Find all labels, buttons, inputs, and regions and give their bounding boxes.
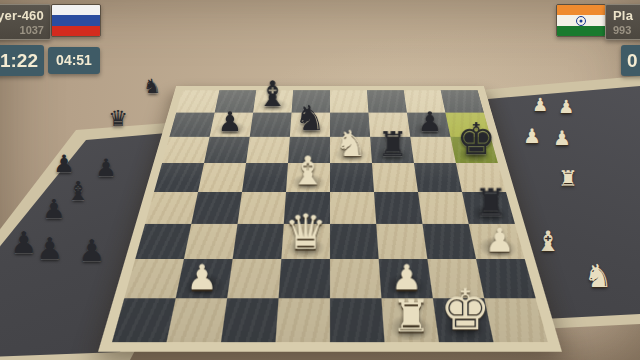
- russia-flag: [51, 4, 101, 37]
- white-p-glyph: ♟: [464, 201, 534, 256]
- square-c1[interactable]: [221, 298, 279, 342]
- chess-board: ♝♟♞♟♞♜♚♝♜♛♟♟♟♜♚: [98, 86, 562, 352]
- left-player-rating: 1037: [0, 24, 44, 36]
- game-screen: ♞♛♟♟♝♟♟♟♟♟♟♟♟♜♟♝♞ ♝♟♞♟♞♜♚♝♜♛♟♟♟♜♚ yer-46…: [0, 0, 640, 360]
- square-d2[interactable]: [279, 259, 330, 298]
- square-f4[interactable]: [374, 192, 422, 224]
- square-a4[interactable]: [145, 192, 198, 224]
- black-k-glyph: ♚: [446, 113, 507, 161]
- square-d1[interactable]: [276, 298, 330, 342]
- left-player-name: yer-460: [0, 8, 44, 23]
- piece-wP-h3[interactable]: ♟: [469, 224, 525, 259]
- square-b6[interactable]: [204, 137, 250, 163]
- white-k-glyph: ♚: [426, 276, 505, 338]
- india-flag: [556, 4, 606, 37]
- square-a1[interactable]: [112, 298, 176, 342]
- right-player-panel: Pla 993: [605, 4, 640, 40]
- white-p-glyph: ♟: [165, 236, 239, 294]
- black-p-glyph: ♟: [201, 89, 259, 134]
- right-player-rating: 993: [613, 24, 640, 36]
- ashoka-chakra-icon: [576, 16, 586, 26]
- square-b4[interactable]: [191, 192, 242, 224]
- right-player-name: Pla: [613, 8, 640, 23]
- white-b-glyph: ♝: [276, 139, 340, 189]
- square-a6[interactable]: [162, 137, 210, 163]
- left-primary-clock: 1:22: [0, 45, 44, 76]
- piece-bR-f6[interactable]: ♜: [370, 137, 414, 163]
- square-f5[interactable]: [372, 163, 418, 192]
- white-q-glyph: ♛: [271, 201, 341, 256]
- left-player-panel: yer-460 1037: [0, 4, 51, 40]
- piece-bK-h6[interactable]: ♚: [450, 137, 498, 163]
- square-g5[interactable]: [414, 163, 462, 192]
- black-r-glyph: ♜: [362, 113, 423, 161]
- piece-bP-b7[interactable]: ♟: [210, 113, 254, 137]
- right-clock-partial: 0: [621, 45, 640, 76]
- piece-wP-b2[interactable]: ♟: [176, 259, 233, 298]
- square-b5[interactable]: [198, 163, 246, 192]
- left-secondary-clock: 04:51: [48, 47, 100, 74]
- piece-wK-g1[interactable]: ♚: [433, 298, 494, 342]
- square-b1[interactable]: [167, 298, 228, 342]
- square-a5[interactable]: [154, 163, 204, 192]
- piece-wB-d5[interactable]: ♝: [286, 163, 330, 192]
- piece-wQ-d3[interactable]: ♛: [281, 224, 330, 259]
